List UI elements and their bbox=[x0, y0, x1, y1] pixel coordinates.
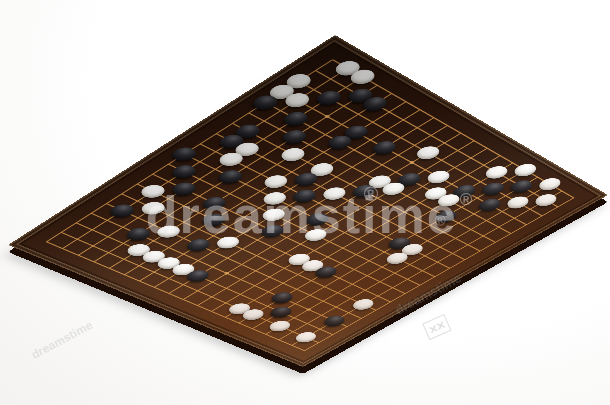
black-stone bbox=[168, 163, 201, 181]
black-stone bbox=[312, 88, 345, 108]
go-board bbox=[8, 35, 608, 367]
white-stone bbox=[292, 330, 320, 344]
white-stone bbox=[319, 185, 350, 202]
black-stone bbox=[302, 211, 333, 228]
white-stone bbox=[531, 192, 560, 209]
black-stone bbox=[168, 180, 200, 198]
stones-layer bbox=[8, 35, 608, 367]
small-watermark-text: ×× bbox=[422, 314, 452, 340]
black-stone bbox=[478, 180, 508, 197]
black-stone bbox=[198, 211, 229, 228]
white-stone bbox=[259, 190, 290, 207]
black-stone bbox=[320, 314, 348, 329]
white-stone bbox=[510, 161, 540, 178]
black-stone bbox=[507, 178, 537, 195]
black-stone bbox=[267, 290, 296, 305]
white-stone bbox=[301, 227, 331, 243]
black-stone bbox=[266, 305, 295, 320]
white-stone bbox=[277, 145, 309, 163]
white-stone bbox=[260, 173, 292, 191]
white-stone bbox=[137, 199, 169, 216]
black-stone bbox=[289, 187, 320, 204]
white-stone bbox=[137, 182, 170, 200]
go-board-photo: dreamstime® dreamstime××®®dreamstime bbox=[0, 0, 610, 405]
black-stone bbox=[369, 138, 401, 156]
white-stone bbox=[413, 144, 444, 162]
white-stone bbox=[258, 206, 289, 223]
black-stone bbox=[278, 127, 311, 146]
white-stone bbox=[481, 164, 511, 181]
black-stone bbox=[431, 208, 461, 225]
white-stone bbox=[265, 319, 294, 334]
black-stone bbox=[279, 109, 312, 128]
white-stone bbox=[423, 168, 454, 185]
black-stone bbox=[198, 195, 230, 212]
white-stone bbox=[503, 194, 532, 211]
black-stone bbox=[122, 226, 154, 243]
white-stone bbox=[349, 297, 378, 312]
white-stone bbox=[213, 234, 244, 250]
black-stone bbox=[475, 196, 505, 213]
black-stone bbox=[106, 202, 138, 220]
white-stone bbox=[153, 223, 185, 240]
black-stone bbox=[168, 145, 201, 164]
black-stone bbox=[183, 237, 214, 254]
small-watermark-text: dreamstime bbox=[29, 318, 95, 362]
white-stone bbox=[535, 176, 565, 193]
black-stone bbox=[257, 223, 288, 240]
black-stone bbox=[214, 168, 246, 186]
